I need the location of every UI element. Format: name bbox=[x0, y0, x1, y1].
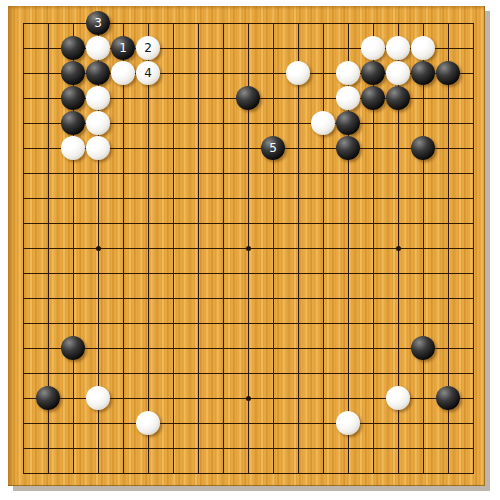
stone-black bbox=[411, 61, 435, 85]
stone-white bbox=[111, 61, 135, 85]
stone-black: 1 bbox=[111, 36, 135, 60]
stone-white bbox=[86, 111, 110, 135]
stone-white bbox=[86, 386, 110, 410]
stone-white bbox=[386, 386, 410, 410]
stone-black bbox=[336, 136, 360, 160]
board-grid: 31245 bbox=[23, 23, 474, 474]
stone-white bbox=[86, 86, 110, 110]
stone-black bbox=[436, 61, 460, 85]
star-point bbox=[96, 246, 101, 251]
stone-white bbox=[386, 36, 410, 60]
stone-white bbox=[361, 36, 385, 60]
stone-white bbox=[86, 36, 110, 60]
stone-black bbox=[86, 61, 110, 85]
stone-black: 3 bbox=[86, 11, 110, 35]
stone-black bbox=[361, 61, 385, 85]
stone-black bbox=[61, 111, 85, 135]
move-number-label: 3 bbox=[86, 11, 110, 35]
move-number-label: 4 bbox=[136, 61, 160, 85]
move-number-label: 5 bbox=[261, 136, 285, 160]
stone-white bbox=[336, 411, 360, 435]
stone-black bbox=[61, 36, 85, 60]
move-number-label: 1 bbox=[111, 36, 135, 60]
stone-black bbox=[236, 86, 260, 110]
star-point bbox=[396, 246, 401, 251]
stone-white bbox=[386, 61, 410, 85]
stone-white bbox=[311, 111, 335, 135]
stone-black bbox=[61, 86, 85, 110]
stone-black: 5 bbox=[261, 136, 285, 160]
stone-black bbox=[361, 86, 385, 110]
stone-white: 2 bbox=[136, 36, 160, 60]
stone-black bbox=[411, 336, 435, 360]
stone-white bbox=[336, 86, 360, 110]
stone-black bbox=[436, 386, 460, 410]
stone-white bbox=[336, 61, 360, 85]
stone-white bbox=[286, 61, 310, 85]
stone-white bbox=[411, 36, 435, 60]
stone-black bbox=[61, 336, 85, 360]
stone-white bbox=[136, 411, 160, 435]
stone-white bbox=[61, 136, 85, 160]
go-board[interactable]: 31245 bbox=[8, 6, 485, 486]
stone-white bbox=[86, 136, 110, 160]
move-number-label: 2 bbox=[136, 36, 160, 60]
stone-black bbox=[386, 86, 410, 110]
page-background: 31245 bbox=[0, 0, 500, 500]
stone-black bbox=[61, 61, 85, 85]
star-point bbox=[246, 246, 251, 251]
stone-white: 4 bbox=[136, 61, 160, 85]
stone-black bbox=[411, 136, 435, 160]
star-point bbox=[246, 396, 251, 401]
stone-black bbox=[36, 386, 60, 410]
stone-black bbox=[336, 111, 360, 135]
